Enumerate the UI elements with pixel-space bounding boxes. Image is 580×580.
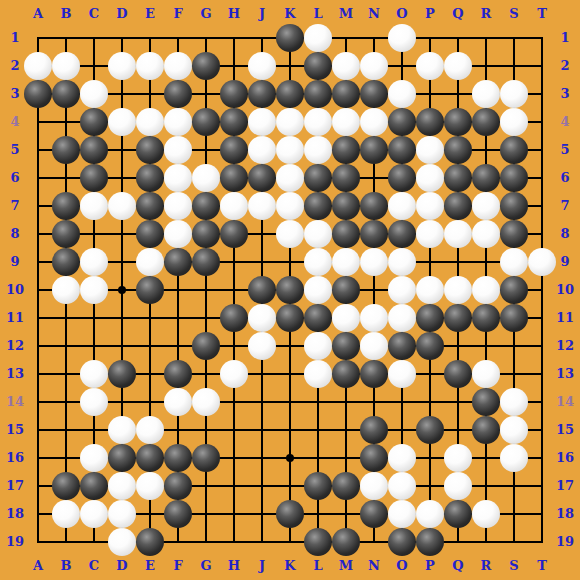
black-stone xyxy=(192,444,220,472)
black-stone xyxy=(360,416,388,444)
column-label-bottom: C xyxy=(81,557,107,575)
column-label-top: B xyxy=(53,5,79,23)
column-label-top: D xyxy=(109,5,135,23)
row-label-right: 9 xyxy=(551,253,579,271)
black-stone xyxy=(164,248,192,276)
white-stone xyxy=(416,52,444,80)
black-stone xyxy=(472,416,500,444)
column-label-bottom: A xyxy=(25,557,51,575)
white-stone xyxy=(220,192,248,220)
black-stone xyxy=(388,220,416,248)
column-label-bottom: K xyxy=(277,557,303,575)
row-label-left: 19 xyxy=(1,533,29,551)
black-stone xyxy=(192,248,220,276)
black-stone xyxy=(220,108,248,136)
go-board[interactable]: AABBCCDDEEFFGGHHJJKKLLMMNNOOPPQQRRSSTT11… xyxy=(0,0,580,580)
white-stone xyxy=(80,80,108,108)
white-stone xyxy=(276,108,304,136)
row-label-left: 16 xyxy=(1,449,29,467)
white-stone xyxy=(388,472,416,500)
black-stone xyxy=(444,500,472,528)
column-label-bottom: N xyxy=(361,557,387,575)
column-label-bottom: T xyxy=(529,557,555,575)
black-stone xyxy=(360,192,388,220)
row-label-right: 5 xyxy=(551,141,579,159)
row-label-right: 1 xyxy=(551,29,579,47)
white-stone xyxy=(332,248,360,276)
black-stone xyxy=(192,108,220,136)
white-stone xyxy=(276,220,304,248)
black-stone xyxy=(276,24,304,52)
black-stone xyxy=(444,192,472,220)
black-stone xyxy=(220,136,248,164)
white-stone xyxy=(444,472,472,500)
column-label-bottom: J xyxy=(249,557,275,575)
row-label-left: 8 xyxy=(1,225,29,243)
row-label-right: 11 xyxy=(551,309,579,327)
column-label-top: L xyxy=(305,5,331,23)
white-stone xyxy=(108,500,136,528)
white-stone xyxy=(416,136,444,164)
row-label-left: 12 xyxy=(1,337,29,355)
black-stone xyxy=(276,80,304,108)
column-label-bottom: M xyxy=(333,557,359,575)
row-label-left: 1 xyxy=(1,29,29,47)
black-stone xyxy=(220,80,248,108)
white-stone xyxy=(108,416,136,444)
white-stone xyxy=(472,192,500,220)
white-stone xyxy=(164,108,192,136)
row-label-left: 4 xyxy=(1,113,29,131)
row-label-right: 10 xyxy=(551,281,579,299)
black-stone xyxy=(388,164,416,192)
black-stone xyxy=(388,528,416,556)
white-stone xyxy=(276,136,304,164)
white-stone xyxy=(248,108,276,136)
row-label-left: 2 xyxy=(1,57,29,75)
black-stone xyxy=(304,192,332,220)
white-stone xyxy=(304,24,332,52)
black-stone xyxy=(248,164,276,192)
row-label-right: 19 xyxy=(551,533,579,551)
black-stone xyxy=(416,108,444,136)
column-label-top: R xyxy=(473,5,499,23)
black-stone xyxy=(192,192,220,220)
white-stone xyxy=(164,164,192,192)
white-stone xyxy=(80,248,108,276)
black-stone xyxy=(332,360,360,388)
black-stone xyxy=(444,304,472,332)
star-point xyxy=(286,454,294,462)
black-stone xyxy=(248,80,276,108)
black-stone xyxy=(472,388,500,416)
black-stone xyxy=(276,500,304,528)
column-label-bottom: B xyxy=(53,557,79,575)
column-label-bottom: O xyxy=(389,557,415,575)
column-label-top: G xyxy=(193,5,219,23)
row-label-right: 2 xyxy=(551,57,579,75)
white-stone xyxy=(388,500,416,528)
grid-line-vertical xyxy=(541,37,543,543)
white-stone xyxy=(164,136,192,164)
black-stone xyxy=(500,192,528,220)
white-stone xyxy=(108,472,136,500)
black-stone xyxy=(332,220,360,248)
black-stone xyxy=(416,332,444,360)
white-stone xyxy=(80,192,108,220)
column-label-top: Q xyxy=(445,5,471,23)
column-label-top: O xyxy=(389,5,415,23)
black-stone xyxy=(52,192,80,220)
white-stone xyxy=(500,444,528,472)
black-stone xyxy=(276,304,304,332)
white-stone xyxy=(136,108,164,136)
black-stone xyxy=(136,444,164,472)
black-stone xyxy=(136,164,164,192)
row-label-left: 3 xyxy=(1,85,29,103)
black-stone xyxy=(164,360,192,388)
column-label-bottom: S xyxy=(501,557,527,575)
white-stone xyxy=(360,472,388,500)
column-label-bottom: D xyxy=(109,557,135,575)
white-stone xyxy=(52,52,80,80)
black-stone xyxy=(164,472,192,500)
black-stone xyxy=(332,136,360,164)
white-stone xyxy=(248,332,276,360)
black-stone xyxy=(164,500,192,528)
white-stone xyxy=(248,304,276,332)
black-stone xyxy=(52,248,80,276)
white-stone xyxy=(108,52,136,80)
black-stone xyxy=(500,136,528,164)
column-label-top: C xyxy=(81,5,107,23)
black-stone xyxy=(472,108,500,136)
row-label-left: 13 xyxy=(1,365,29,383)
column-label-top: N xyxy=(361,5,387,23)
grid-line-horizontal xyxy=(37,345,543,347)
white-stone xyxy=(136,472,164,500)
white-stone xyxy=(444,220,472,248)
column-label-top: T xyxy=(529,5,555,23)
white-stone xyxy=(276,164,304,192)
column-label-top: E xyxy=(137,5,163,23)
white-stone xyxy=(360,332,388,360)
black-stone xyxy=(472,164,500,192)
white-stone xyxy=(164,192,192,220)
black-stone xyxy=(164,444,192,472)
white-stone xyxy=(192,164,220,192)
black-stone xyxy=(248,276,276,304)
column-label-top: M xyxy=(333,5,359,23)
column-label-bottom: Q xyxy=(445,557,471,575)
white-stone xyxy=(248,136,276,164)
row-label-right: 13 xyxy=(551,365,579,383)
black-stone xyxy=(360,136,388,164)
grid-line-horizontal xyxy=(37,401,543,403)
white-stone xyxy=(164,52,192,80)
black-stone xyxy=(332,276,360,304)
white-stone xyxy=(360,304,388,332)
column-label-top: A xyxy=(25,5,51,23)
white-stone xyxy=(304,220,332,248)
column-label-top: J xyxy=(249,5,275,23)
row-label-right: 4 xyxy=(551,113,579,131)
white-stone xyxy=(220,360,248,388)
black-stone xyxy=(444,164,472,192)
white-stone xyxy=(388,276,416,304)
white-stone xyxy=(164,220,192,248)
black-stone xyxy=(472,304,500,332)
white-stone xyxy=(388,304,416,332)
black-stone xyxy=(220,220,248,248)
star-point xyxy=(118,286,126,294)
black-stone xyxy=(416,528,444,556)
black-stone xyxy=(360,360,388,388)
white-stone xyxy=(136,416,164,444)
white-stone xyxy=(108,528,136,556)
white-stone xyxy=(80,500,108,528)
black-stone xyxy=(332,192,360,220)
column-label-bottom: R xyxy=(473,557,499,575)
row-label-left: 17 xyxy=(1,477,29,495)
black-stone xyxy=(304,472,332,500)
black-stone xyxy=(52,220,80,248)
white-stone xyxy=(304,360,332,388)
row-label-right: 14 xyxy=(551,393,579,411)
white-stone xyxy=(472,220,500,248)
black-stone xyxy=(444,360,472,388)
white-stone xyxy=(500,388,528,416)
black-stone xyxy=(304,80,332,108)
black-stone xyxy=(164,80,192,108)
black-stone xyxy=(360,444,388,472)
black-stone xyxy=(304,52,332,80)
black-stone xyxy=(80,472,108,500)
black-stone xyxy=(388,136,416,164)
black-stone xyxy=(52,136,80,164)
black-stone xyxy=(192,220,220,248)
white-stone xyxy=(388,80,416,108)
white-stone xyxy=(444,52,472,80)
white-stone xyxy=(500,108,528,136)
row-label-left: 15 xyxy=(1,421,29,439)
white-stone xyxy=(500,80,528,108)
black-stone xyxy=(332,164,360,192)
row-label-left: 9 xyxy=(1,253,29,271)
column-label-top: S xyxy=(501,5,527,23)
black-stone xyxy=(360,80,388,108)
white-stone xyxy=(80,444,108,472)
column-label-bottom: L xyxy=(305,557,331,575)
white-stone xyxy=(332,304,360,332)
row-label-right: 18 xyxy=(551,505,579,523)
white-stone xyxy=(388,444,416,472)
column-label-top: F xyxy=(165,5,191,23)
black-stone xyxy=(332,528,360,556)
white-stone xyxy=(500,416,528,444)
white-stone xyxy=(108,108,136,136)
white-stone xyxy=(332,108,360,136)
column-label-bottom: H xyxy=(221,557,247,575)
black-stone xyxy=(444,136,472,164)
column-label-top: K xyxy=(277,5,303,23)
white-stone xyxy=(416,164,444,192)
black-stone xyxy=(388,332,416,360)
white-stone xyxy=(416,500,444,528)
black-stone xyxy=(220,304,248,332)
black-stone xyxy=(304,528,332,556)
black-stone xyxy=(80,108,108,136)
black-stone xyxy=(136,136,164,164)
black-stone xyxy=(52,80,80,108)
row-label-left: 18 xyxy=(1,505,29,523)
black-stone xyxy=(136,276,164,304)
black-stone xyxy=(108,444,136,472)
white-stone xyxy=(444,276,472,304)
black-stone xyxy=(332,332,360,360)
column-label-bottom: P xyxy=(417,557,443,575)
white-stone xyxy=(164,388,192,416)
row-label-right: 15 xyxy=(551,421,579,439)
white-stone xyxy=(304,332,332,360)
black-stone xyxy=(444,108,472,136)
white-stone xyxy=(472,80,500,108)
white-stone xyxy=(248,192,276,220)
white-stone xyxy=(248,52,276,80)
black-stone xyxy=(192,332,220,360)
row-label-right: 12 xyxy=(551,337,579,355)
black-stone xyxy=(388,108,416,136)
black-stone xyxy=(52,472,80,500)
black-stone xyxy=(360,220,388,248)
white-stone xyxy=(416,192,444,220)
black-stone xyxy=(136,528,164,556)
row-label-left: 7 xyxy=(1,197,29,215)
white-stone xyxy=(388,360,416,388)
black-stone xyxy=(136,220,164,248)
white-stone xyxy=(52,276,80,304)
row-label-left: 14 xyxy=(1,393,29,411)
black-stone xyxy=(416,304,444,332)
row-label-right: 17 xyxy=(551,477,579,495)
black-stone xyxy=(192,52,220,80)
white-stone xyxy=(52,500,80,528)
white-stone xyxy=(360,108,388,136)
white-stone xyxy=(444,444,472,472)
black-stone xyxy=(220,164,248,192)
white-stone xyxy=(388,192,416,220)
row-label-left: 5 xyxy=(1,141,29,159)
row-label-right: 16 xyxy=(551,449,579,467)
black-stone xyxy=(304,304,332,332)
row-label-right: 3 xyxy=(551,85,579,103)
white-stone xyxy=(388,24,416,52)
black-stone xyxy=(80,164,108,192)
black-stone xyxy=(108,360,136,388)
white-stone xyxy=(472,360,500,388)
row-label-right: 8 xyxy=(551,225,579,243)
white-stone xyxy=(304,248,332,276)
black-stone xyxy=(360,500,388,528)
white-stone xyxy=(192,388,220,416)
row-label-right: 7 xyxy=(551,197,579,215)
white-stone xyxy=(360,52,388,80)
column-label-top: P xyxy=(417,5,443,23)
black-stone xyxy=(80,136,108,164)
white-stone xyxy=(304,108,332,136)
row-label-right: 6 xyxy=(551,169,579,187)
white-stone xyxy=(472,500,500,528)
white-stone xyxy=(360,248,388,276)
white-stone xyxy=(472,276,500,304)
black-stone xyxy=(500,304,528,332)
row-label-left: 6 xyxy=(1,169,29,187)
column-label-bottom: F xyxy=(165,557,191,575)
white-stone xyxy=(332,52,360,80)
white-stone xyxy=(108,192,136,220)
black-stone xyxy=(500,276,528,304)
white-stone xyxy=(388,248,416,276)
white-stone xyxy=(80,360,108,388)
white-stone xyxy=(136,248,164,276)
column-label-bottom: G xyxy=(193,557,219,575)
white-stone xyxy=(80,276,108,304)
black-stone xyxy=(332,472,360,500)
white-stone xyxy=(136,52,164,80)
white-stone xyxy=(304,136,332,164)
black-stone xyxy=(276,276,304,304)
column-label-top: H xyxy=(221,5,247,23)
black-stone xyxy=(500,164,528,192)
white-stone xyxy=(276,192,304,220)
black-stone xyxy=(500,220,528,248)
white-stone xyxy=(500,248,528,276)
row-label-left: 11 xyxy=(1,309,29,327)
white-stone xyxy=(416,220,444,248)
white-stone xyxy=(416,276,444,304)
white-stone xyxy=(80,388,108,416)
black-stone xyxy=(332,80,360,108)
column-label-bottom: E xyxy=(137,557,163,575)
black-stone xyxy=(304,164,332,192)
row-label-left: 10 xyxy=(1,281,29,299)
white-stone xyxy=(304,276,332,304)
black-stone xyxy=(416,416,444,444)
black-stone xyxy=(136,192,164,220)
